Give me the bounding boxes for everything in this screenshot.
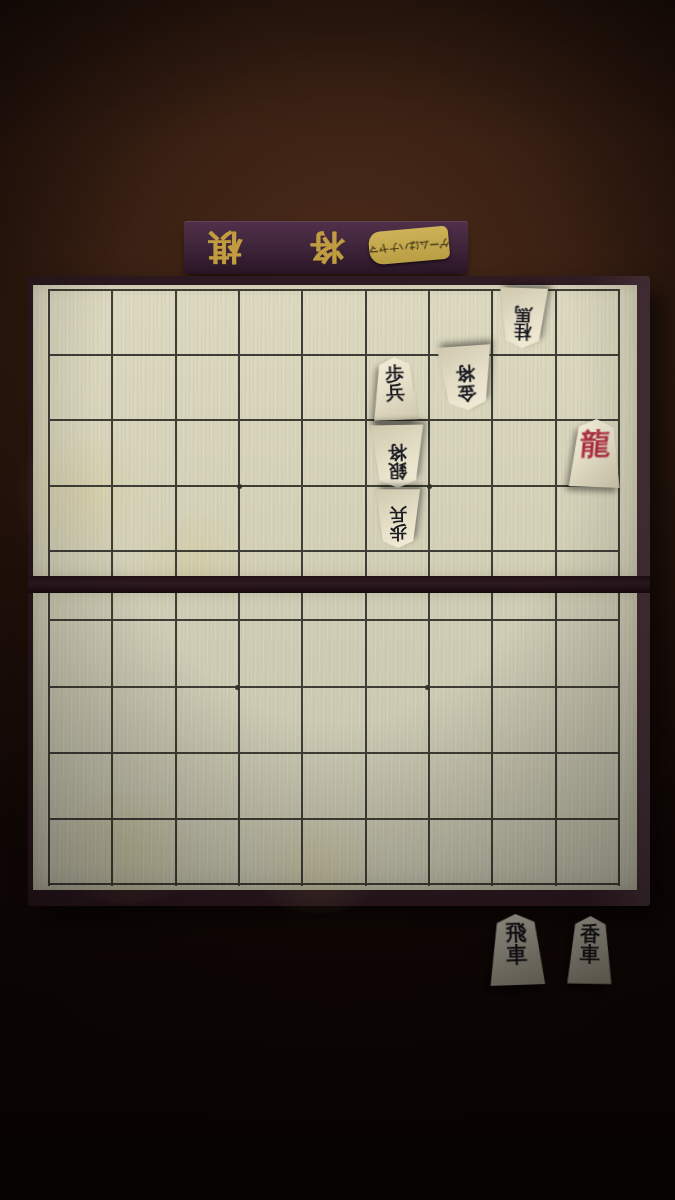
square-7f[interactable] [176, 620, 239, 687]
piece-face: 歩兵 [371, 356, 419, 421]
square-6h[interactable] [239, 753, 302, 819]
square-1f[interactable] [556, 620, 619, 687]
piece-sente-rook[interactable]: 飛車 [487, 913, 546, 978]
piece-kanji: 車 [580, 944, 600, 965]
brand-plate: ゲームはハナヤマ [368, 226, 451, 266]
piece-kanji: 龍 [579, 429, 612, 460]
piece-kanji: 車 [506, 943, 528, 965]
square-6i[interactable] [239, 819, 302, 884]
square-9d[interactable] [49, 486, 112, 551]
square-4i[interactable] [366, 819, 429, 884]
piece-gote-silver[interactable]: 銀将 [370, 432, 426, 489]
square-3e[interactable] [429, 551, 492, 620]
square-1g[interactable] [556, 687, 619, 753]
square-6c[interactable] [239, 420, 302, 486]
square-8i[interactable] [112, 819, 176, 884]
square-7b[interactable] [176, 355, 239, 420]
square-7d[interactable] [176, 486, 239, 551]
piece-sente-lance[interactable]: 香車 [566, 916, 613, 977]
square-8a[interactable] [112, 290, 176, 355]
square-7c[interactable] [176, 420, 239, 486]
piece-kanji: 桂 [513, 323, 531, 342]
square-1e[interactable] [556, 551, 619, 620]
square-6b[interactable] [239, 355, 302, 420]
square-6g[interactable] [239, 687, 302, 753]
square-3i[interactable] [429, 819, 492, 884]
square-3h[interactable] [429, 753, 492, 819]
square-2d[interactable] [492, 486, 556, 551]
square-3d[interactable] [429, 486, 492, 551]
square-9i[interactable] [49, 819, 112, 884]
piece-face: 龍 [568, 418, 623, 488]
square-4h[interactable] [366, 753, 429, 819]
square-7g[interactable] [176, 687, 239, 753]
brand-kanji-left: 棋 [204, 227, 246, 269]
square-9a[interactable] [49, 290, 112, 355]
shogi-board [28, 276, 650, 906]
square-4g[interactable] [366, 687, 429, 753]
square-9h[interactable] [49, 753, 112, 819]
square-8g[interactable] [112, 687, 176, 753]
square-9b[interactable] [49, 355, 112, 420]
square-5f[interactable] [302, 620, 366, 687]
square-9e[interactable] [49, 551, 112, 620]
square-7i[interactable] [176, 819, 239, 884]
square-3f[interactable] [429, 620, 492, 687]
square-6f[interactable] [239, 620, 302, 687]
piece-kanji: 将 [388, 442, 407, 461]
square-1b[interactable] [556, 355, 619, 420]
square-8f[interactable] [112, 620, 176, 687]
piece-kanji: 銀 [388, 461, 407, 480]
square-4a[interactable] [366, 290, 429, 355]
square-5i[interactable] [302, 819, 366, 884]
piece-kanji: 金 [457, 382, 477, 403]
square-2h[interactable] [492, 753, 556, 819]
square-9f[interactable] [49, 620, 112, 687]
square-5c[interactable] [302, 420, 366, 486]
piece-gote-knight[interactable]: 桂馬 [497, 294, 549, 349]
square-7e[interactable] [176, 551, 239, 620]
piece-face: 金将 [436, 344, 496, 412]
table-surface: 棋 将 ゲームはハナヤマ 桂馬金将歩兵銀将歩兵龍飛車香車 [0, 0, 675, 1200]
square-2c[interactable] [492, 420, 556, 486]
piece-face: 銀将 [369, 424, 425, 488]
piece-sente-pawn[interactable]: 歩兵 [371, 356, 419, 414]
piece-kanji: 兵 [386, 383, 405, 403]
square-1i[interactable] [556, 819, 619, 884]
piece-kanji: 歩 [389, 523, 406, 541]
piece-sente-promoted-rook[interactable]: 龍 [568, 418, 623, 478]
piece-face: 飛車 [487, 913, 546, 986]
square-5d[interactable] [302, 486, 366, 551]
square-9c[interactable] [49, 420, 112, 486]
piece-kanji: 馬 [514, 305, 532, 324]
piece-kanji: 将 [455, 363, 475, 384]
square-8b[interactable] [112, 355, 176, 420]
square-2e[interactable] [492, 551, 556, 620]
square-6a[interactable] [239, 290, 302, 355]
square-1d[interactable] [556, 486, 619, 551]
piece-gote-pawn[interactable]: 歩兵 [375, 496, 421, 548]
square-3c[interactable] [429, 420, 492, 486]
piece-face: 香車 [566, 916, 613, 985]
piece-gote-gold[interactable]: 金将 [436, 351, 496, 412]
square-6e[interactable] [239, 551, 302, 620]
board-lid-brand-bar: 棋 将 ゲームはハナヤマ [184, 221, 468, 274]
square-8c[interactable] [112, 420, 176, 486]
square-2f[interactable] [492, 620, 556, 687]
square-5a[interactable] [302, 290, 366, 355]
square-5b[interactable] [302, 355, 366, 420]
square-8h[interactable] [112, 753, 176, 819]
square-2g[interactable] [492, 687, 556, 753]
brand-slogan: ゲームはハナヤマ [368, 235, 451, 256]
piece-kanji: 兵 [389, 506, 406, 524]
piece-face: 桂馬 [497, 287, 549, 349]
square-5e[interactable] [302, 551, 366, 620]
square-4f[interactable] [366, 620, 429, 687]
square-1a[interactable] [556, 290, 619, 355]
square-8e[interactable] [112, 551, 176, 620]
square-4e[interactable] [366, 551, 429, 620]
square-1h[interactable] [556, 753, 619, 819]
square-3g[interactable] [429, 687, 492, 753]
brand-kanji-right: 将 [306, 227, 348, 269]
square-6d[interactable] [239, 486, 302, 551]
square-2b[interactable] [492, 355, 556, 420]
square-7a[interactable] [176, 290, 239, 355]
square-8d[interactable] [112, 486, 176, 551]
square-5h[interactable] [302, 753, 366, 819]
square-2i[interactable] [492, 819, 556, 884]
square-5g[interactable] [302, 687, 366, 753]
piece-face: 歩兵 [375, 489, 421, 548]
square-7h[interactable] [176, 753, 239, 819]
square-9g[interactable] [49, 687, 112, 753]
